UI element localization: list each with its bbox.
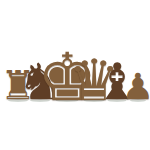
chess-pieces-photo: ♜ ♞ ♚ ♛ ♝ ♟ xyxy=(0,0,150,150)
pawn-piece: ♟ xyxy=(122,69,150,105)
